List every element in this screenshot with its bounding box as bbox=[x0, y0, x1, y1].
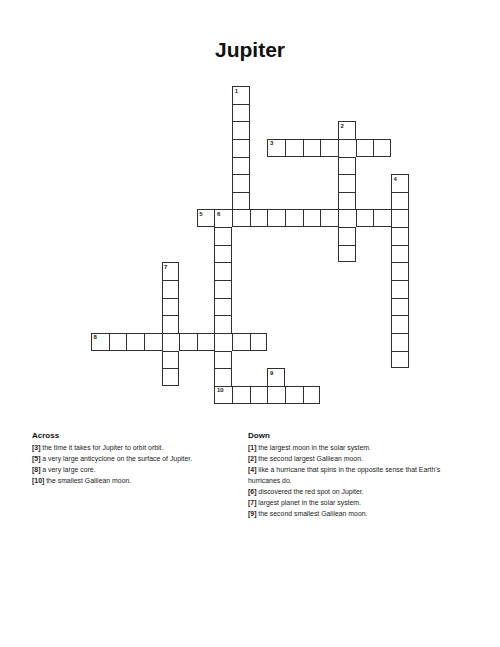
grid-cell-r3c10[interactable]: 3 bbox=[267, 139, 285, 157]
clue-number-label: [1] bbox=[248, 444, 256, 451]
grid-cell-r9c7[interactable] bbox=[214, 245, 232, 263]
grid-cell-r17c12[interactable] bbox=[303, 386, 321, 404]
clue-across-5: [5] a very large anticyclone on the surf… bbox=[32, 453, 242, 464]
cell-clue-number: 3 bbox=[270, 140, 273, 147]
grid-cell-r14c9[interactable] bbox=[250, 333, 268, 351]
grid-cell-r12c17[interactable] bbox=[391, 298, 409, 316]
clue-text: a very large anticyclone on the surface … bbox=[42, 455, 192, 462]
grid-cell-r14c7[interactable] bbox=[214, 333, 232, 351]
grid-cell-r3c14[interactable] bbox=[338, 139, 356, 157]
grid-cell-r2c14[interactable]: 2 bbox=[338, 121, 356, 139]
grid-cell-r12c4[interactable] bbox=[162, 298, 180, 316]
grid-cell-r14c3[interactable] bbox=[144, 333, 162, 351]
cell-clue-number: 7 bbox=[164, 264, 167, 271]
clue-number-label: [7] bbox=[248, 499, 256, 506]
grid-cell-r8c17[interactable] bbox=[391, 227, 409, 245]
grid-cell-r14c2[interactable] bbox=[126, 333, 144, 351]
grid-cell-r17c11[interactable] bbox=[285, 386, 303, 404]
grid-cell-r17c8[interactable] bbox=[232, 386, 250, 404]
grid-cell-r5c17[interactable]: 4 bbox=[391, 174, 409, 192]
grid-cell-r15c17[interactable] bbox=[391, 351, 409, 369]
clue-down-9: [9] the second smallest Galilean moon. bbox=[248, 508, 464, 519]
grid-cell-r4c14[interactable] bbox=[338, 157, 356, 175]
grid-cell-r7c7[interactable]: 6 bbox=[214, 209, 232, 227]
down-clues-section: Down [1] the largest moon in the solar s… bbox=[248, 430, 464, 519]
grid-cell-r9c17[interactable] bbox=[391, 245, 409, 263]
grid-cell-r17c9[interactable] bbox=[250, 386, 268, 404]
grid-cell-r17c10[interactable] bbox=[267, 386, 285, 404]
clue-number-label: [9] bbox=[248, 510, 256, 517]
grid-cell-r0c8[interactable]: 1 bbox=[232, 86, 250, 104]
grid-cell-r13c4[interactable] bbox=[162, 315, 180, 333]
crossword-page: Jupiter 12345678910 Across [3] the time … bbox=[0, 0, 500, 647]
grid-cell-r8c14[interactable] bbox=[338, 227, 356, 245]
cell-clue-number: 10 bbox=[217, 387, 224, 394]
down-header: Down bbox=[248, 430, 464, 441]
grid-cell-r14c17[interactable] bbox=[391, 333, 409, 351]
grid-cell-r3c15[interactable] bbox=[356, 139, 374, 157]
grid-cell-r6c17[interactable] bbox=[391, 192, 409, 210]
grid-cell-r7c8[interactable] bbox=[232, 209, 250, 227]
clue-number-label: [5] bbox=[32, 455, 40, 462]
grid-cell-r11c7[interactable] bbox=[214, 280, 232, 298]
grid-cell-r3c16[interactable] bbox=[373, 139, 391, 157]
grid-cell-r14c0[interactable]: 8 bbox=[91, 333, 109, 351]
clue-down-1: [1] the largest moon in the solar system… bbox=[248, 442, 464, 453]
grid-cell-r3c8[interactable] bbox=[232, 139, 250, 157]
clue-text: largest planet in the solar system. bbox=[258, 499, 361, 506]
clue-across-3: [3] the time it takes for Jupiter to orb… bbox=[32, 442, 242, 453]
clue-number-label: [4] bbox=[248, 466, 256, 473]
grid-cell-r7c9[interactable] bbox=[250, 209, 268, 227]
grid-cell-r7c13[interactable] bbox=[320, 209, 338, 227]
clue-text: the largest moon in the solar system. bbox=[258, 444, 371, 451]
grid-cell-r2c8[interactable] bbox=[232, 121, 250, 139]
grid-cell-r13c17[interactable] bbox=[391, 315, 409, 333]
grid-cell-r4c8[interactable] bbox=[232, 157, 250, 175]
grid-cell-r7c16[interactable] bbox=[373, 209, 391, 227]
puzzle-title: Jupiter bbox=[0, 38, 500, 62]
grid-cell-r6c14[interactable] bbox=[338, 192, 356, 210]
clue-number-label: [6] bbox=[248, 488, 256, 495]
grid-cell-r15c4[interactable] bbox=[162, 351, 180, 369]
grid-cell-r8c7[interactable] bbox=[214, 227, 232, 245]
clue-text: the time it takes for Jupiter to orbit o… bbox=[42, 444, 163, 451]
cell-clue-number: 5 bbox=[199, 211, 202, 218]
clue-text: discovered the red spot on Jupiter. bbox=[258, 488, 363, 495]
grid-cell-r10c7[interactable] bbox=[214, 262, 232, 280]
grid-cell-r17c7[interactable]: 10 bbox=[214, 386, 232, 404]
grid-cell-r7c17[interactable] bbox=[391, 209, 409, 227]
clue-text: a very large core. bbox=[42, 466, 95, 473]
grid-cell-r5c8[interactable] bbox=[232, 174, 250, 192]
grid-cell-r7c12[interactable] bbox=[303, 209, 321, 227]
grid-cell-r10c17[interactable] bbox=[391, 262, 409, 280]
grid-cell-r3c11[interactable] bbox=[285, 139, 303, 157]
clue-down-7: [7] largest planet in the solar system. bbox=[248, 497, 464, 508]
clue-text: like a hurricane that spins in the oppos… bbox=[248, 466, 440, 484]
grid-cell-r14c5[interactable] bbox=[179, 333, 197, 351]
grid-cell-r5c14[interactable] bbox=[338, 174, 356, 192]
cell-clue-number: 2 bbox=[340, 123, 343, 130]
grid-cell-r7c15[interactable] bbox=[356, 209, 374, 227]
clue-number-label: [10] bbox=[32, 477, 44, 484]
clue-down-6: [6] discovered the red spot on Jupiter. bbox=[248, 486, 464, 497]
clue-text: the second smallest Galilean moon. bbox=[258, 510, 367, 517]
grid-cell-r16c4[interactable] bbox=[162, 368, 180, 386]
grid-cell-r14c8[interactable] bbox=[232, 333, 250, 351]
across-header: Across bbox=[32, 430, 242, 441]
grid-cell-r14c1[interactable] bbox=[109, 333, 127, 351]
grid-cell-r3c13[interactable] bbox=[320, 139, 338, 157]
grid-cell-r10c4[interactable]: 7 bbox=[162, 262, 180, 280]
clue-across-8: [8] a very large core. bbox=[32, 464, 242, 475]
grid-cell-r16c10[interactable]: 9 bbox=[267, 368, 285, 386]
cell-clue-number: 1 bbox=[235, 88, 238, 95]
grid-cell-r7c11[interactable] bbox=[285, 209, 303, 227]
crossword-grid: 12345678910 bbox=[91, 86, 409, 404]
grid-cell-r16c7[interactable] bbox=[214, 368, 232, 386]
cell-clue-number: 4 bbox=[393, 176, 396, 183]
clue-text: the second largest Galilean moon. bbox=[258, 455, 363, 462]
clue-down-4: [4] like a hurricane that spins in the o… bbox=[248, 464, 464, 486]
clue-down-2: [2] the second largest Galilean moon. bbox=[248, 453, 464, 464]
clue-number-label: [2] bbox=[248, 455, 256, 462]
grid-cell-r11c17[interactable] bbox=[391, 280, 409, 298]
grid-cell-r7c10[interactable] bbox=[267, 209, 285, 227]
clue-text: the smallest Galilean moon. bbox=[46, 477, 131, 484]
clue-number-label: [3] bbox=[32, 444, 40, 451]
grid-cell-r14c6[interactable] bbox=[197, 333, 215, 351]
grid-cell-r7c14[interactable] bbox=[338, 209, 356, 227]
clue-across-10: [10] the smallest Galilean moon. bbox=[32, 475, 242, 486]
grid-cell-r1c8[interactable] bbox=[232, 104, 250, 122]
grid-cell-r7c6[interactable]: 5 bbox=[197, 209, 215, 227]
grid-cell-r6c8[interactable] bbox=[232, 192, 250, 210]
grid-cell-r14c4[interactable] bbox=[162, 333, 180, 351]
grid-cell-r13c7[interactable] bbox=[214, 315, 232, 333]
grid-cell-r15c7[interactable] bbox=[214, 351, 232, 369]
across-clues-section: Across [3] the time it takes for Jupiter… bbox=[32, 430, 242, 486]
grid-cell-r3c12[interactable] bbox=[303, 139, 321, 157]
grid-cell-r12c7[interactable] bbox=[214, 298, 232, 316]
grid-cell-r11c4[interactable] bbox=[162, 280, 180, 298]
cell-clue-number: 9 bbox=[270, 370, 273, 377]
cell-clue-number: 8 bbox=[94, 334, 97, 341]
clue-number-label: [8] bbox=[32, 466, 40, 473]
grid-cell-r9c14[interactable] bbox=[338, 245, 356, 263]
cell-clue-number: 6 bbox=[217, 211, 220, 218]
